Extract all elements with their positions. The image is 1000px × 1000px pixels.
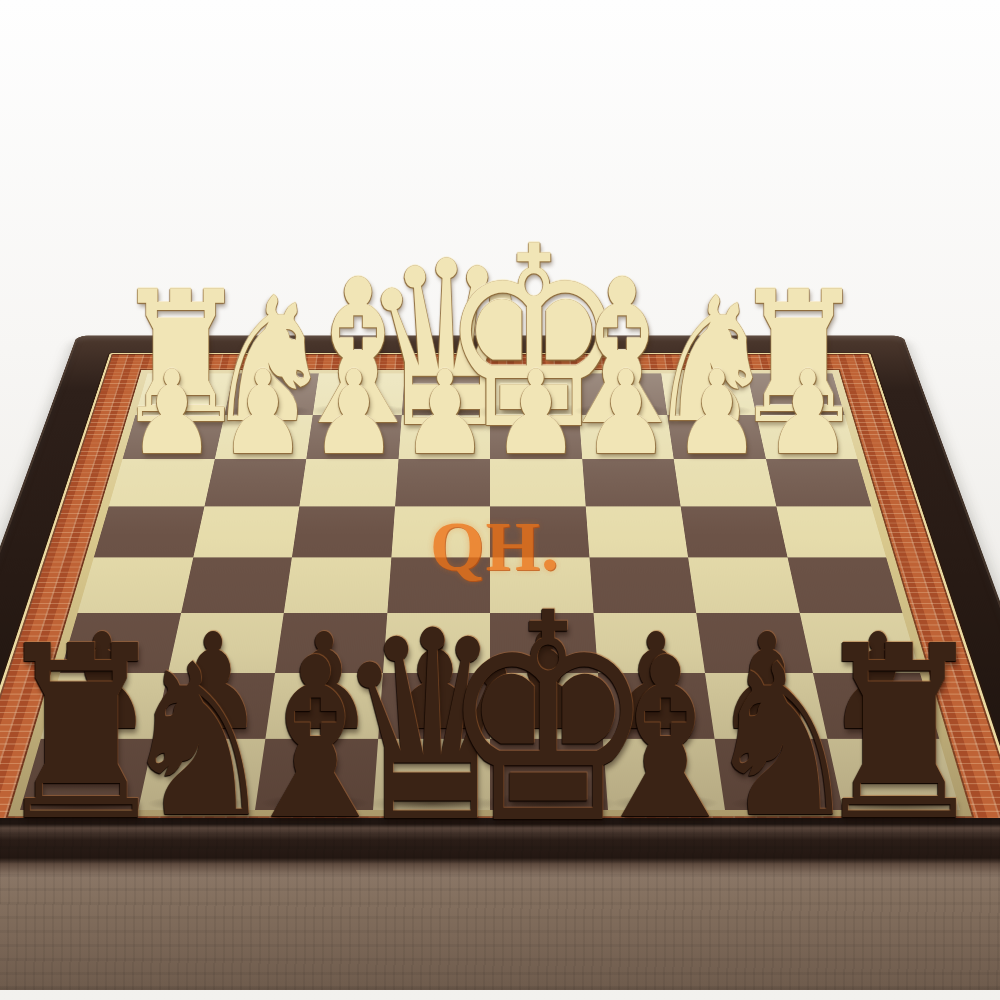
square[interactable] [490,506,589,557]
square[interactable] [776,506,886,557]
light-pawn-glyph: ♟ [674,345,761,480]
square[interactable] [94,506,204,557]
square[interactable] [585,506,688,557]
piece-light-pawn[interactable]: ♟ [310,355,397,471]
square[interactable] [391,506,490,557]
dark-rook-glyph: ♜ [809,594,990,874]
square[interactable] [681,506,788,557]
light-pawn-glyph: ♟ [219,345,306,480]
light-pawn-glyph: ♟ [310,345,397,480]
light-pawn-glyph: ♟ [401,345,488,480]
piece-light-pawn[interactable]: ♟ [128,355,215,471]
square[interactable] [193,506,300,557]
piece-light-pawn[interactable]: ♟ [765,355,852,471]
piece-dark-rook[interactable]: ♜ [809,614,990,854]
square[interactable] [292,506,395,557]
piece-light-pawn[interactable]: ♟ [492,355,579,471]
piece-light-pawn[interactable]: ♟ [219,355,306,471]
piece-light-pawn[interactable]: ♟ [401,355,488,471]
light-pawn-glyph: ♟ [583,345,670,480]
product-photo: QH. ♜♞♝♛♚♝♞♜♟♟♟♟♟♟♟♟♟♟♟♟♟♟♟♟♜♞♝♛♚♝♞♜ [0,0,1000,1000]
light-pawn-glyph: ♟ [492,345,579,480]
light-pawn-glyph: ♟ [128,345,215,480]
light-pawn-glyph: ♟ [765,345,852,480]
piece-light-pawn[interactable]: ♟ [583,355,670,471]
piece-light-pawn[interactable]: ♟ [674,355,761,471]
